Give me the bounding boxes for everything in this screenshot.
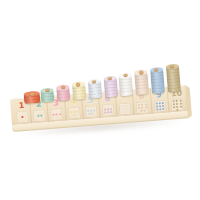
counting-board: 12345678910: [6, 35, 191, 149]
count-dot: [56, 113, 58, 115]
count-dot: [92, 112, 94, 114]
count-dot: [162, 105, 164, 107]
count-dot: [173, 100, 175, 102]
count-dot: [179, 99, 181, 101]
dot-row: [102, 110, 114, 113]
count-dot: [145, 106, 147, 108]
dot-count-plate: [136, 101, 149, 114]
product-photo-scene: 12345678910: [0, 0, 200, 200]
count-dot: [141, 104, 143, 106]
count-dot: [107, 111, 109, 113]
dot-row: [172, 108, 184, 111]
dot-row: [51, 113, 63, 116]
ring-stack-7[interactable]: [119, 75, 134, 96]
count-dot: [158, 102, 160, 104]
count-dot: [143, 109, 145, 111]
count-dot: [155, 102, 157, 104]
ring-stacks-row: [6, 35, 183, 49]
count-dot: [93, 109, 95, 111]
dot-row: [137, 109, 149, 112]
dot-row: [17, 116, 29, 119]
ring-stack-4[interactable]: [72, 84, 86, 100]
count-dot: [110, 108, 112, 110]
count-dot: [177, 108, 179, 110]
dot-count-plate: [85, 105, 98, 118]
count-dot: [40, 115, 42, 117]
dot-count-plate: [153, 100, 166, 113]
count-dot: [138, 107, 140, 109]
count-dot: [111, 111, 113, 113]
count-dot: [176, 102, 178, 104]
count-dot: [156, 108, 158, 110]
count-dot: [173, 106, 175, 108]
dot-count-plate: [50, 108, 63, 121]
peg-top-icon: [29, 92, 34, 96]
ring-stack-2[interactable]: [41, 90, 55, 103]
count-dot: [127, 105, 129, 107]
count-dot: [176, 99, 178, 101]
dot-count-plate: [171, 98, 184, 111]
dot-row: [154, 108, 166, 111]
count-dot: [70, 111, 72, 113]
count-dot: [176, 105, 178, 107]
count-dot: [144, 103, 146, 105]
count-dot: [173, 103, 175, 105]
count-dot: [121, 108, 123, 110]
ring-stack-3[interactable]: [56, 87, 70, 101]
dot-row: [120, 111, 132, 114]
count-dot: [155, 105, 157, 107]
ring-stack-8[interactable]: [134, 72, 149, 95]
count-dot: [87, 109, 89, 111]
count-dot: [162, 102, 164, 104]
count-dot: [124, 105, 126, 107]
count-dot: [53, 114, 55, 116]
count-dot: [138, 104, 140, 106]
count-dot: [142, 107, 144, 109]
dot-count-plate: [16, 111, 29, 124]
dot-row: [34, 114, 46, 117]
count-dot: [162, 108, 164, 110]
ring-stack-6[interactable]: [103, 78, 117, 98]
ring-stack-5[interactable]: [88, 81, 102, 99]
count-dot: [73, 110, 75, 112]
count-dot: [89, 112, 91, 114]
count-dot: [59, 113, 61, 115]
ring-stack-10[interactable]: [166, 66, 181, 93]
dot-row: [68, 113, 80, 116]
count-dot: [128, 108, 130, 110]
dot-count-plate: [119, 103, 132, 116]
dot-count-plate: [102, 104, 115, 117]
count-dot: [159, 105, 161, 107]
dot-row: [85, 112, 97, 115]
ring-stack-9[interactable]: [150, 69, 165, 94]
count-dot: [37, 115, 39, 117]
count-dot: [107, 108, 109, 110]
count-dot: [121, 105, 123, 107]
count-dot: [21, 116, 23, 118]
count-dot: [90, 109, 92, 111]
count-dot: [159, 108, 161, 110]
count-dot: [73, 113, 75, 115]
ring-stack-1[interactable]: [24, 93, 41, 104]
count-dot: [76, 110, 78, 112]
count-dot: [104, 108, 106, 110]
count-dot: [180, 105, 182, 107]
count-dot: [140, 110, 142, 112]
peg-top-icon: [139, 71, 143, 75]
dot-count-plate: [68, 107, 81, 120]
count-dot: [125, 111, 127, 113]
count-dot: [124, 108, 126, 110]
dot-count-plate: [33, 109, 46, 122]
count-dot: [104, 111, 106, 113]
count-dot: [179, 102, 181, 104]
